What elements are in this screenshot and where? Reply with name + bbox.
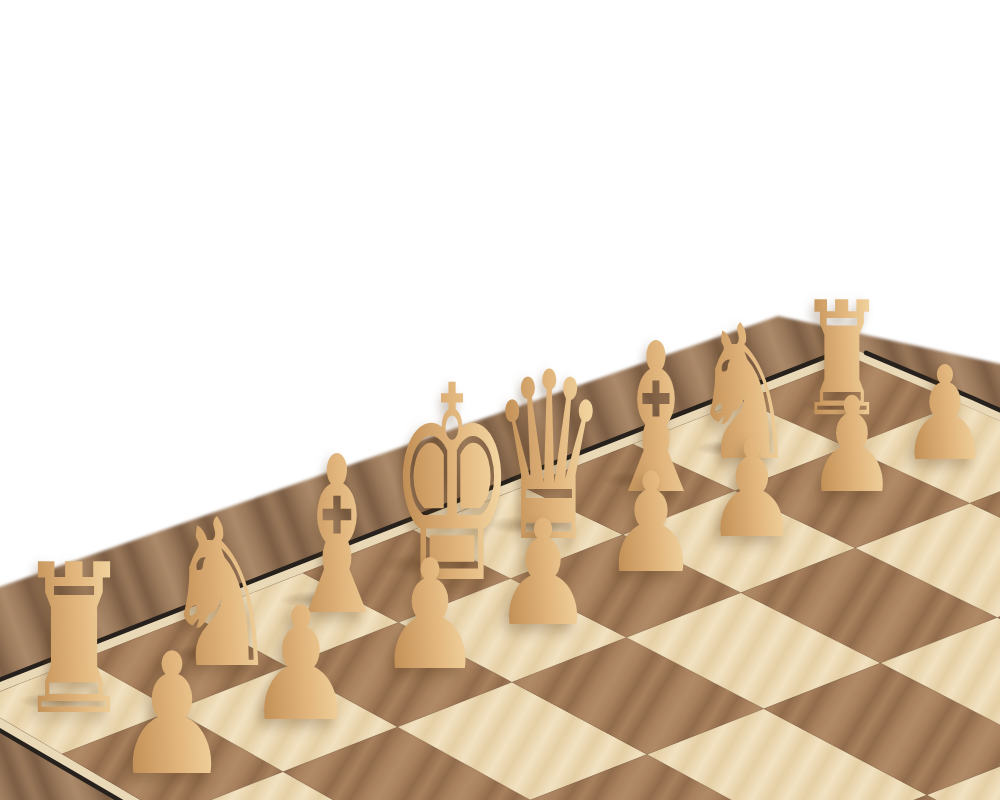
- chess-board: [0, 0, 1000, 800]
- chess-set-photo: ♜♞♟♝♟♛♟♟♚♝♟♞♟♜♟♟: [0, 0, 1000, 800]
